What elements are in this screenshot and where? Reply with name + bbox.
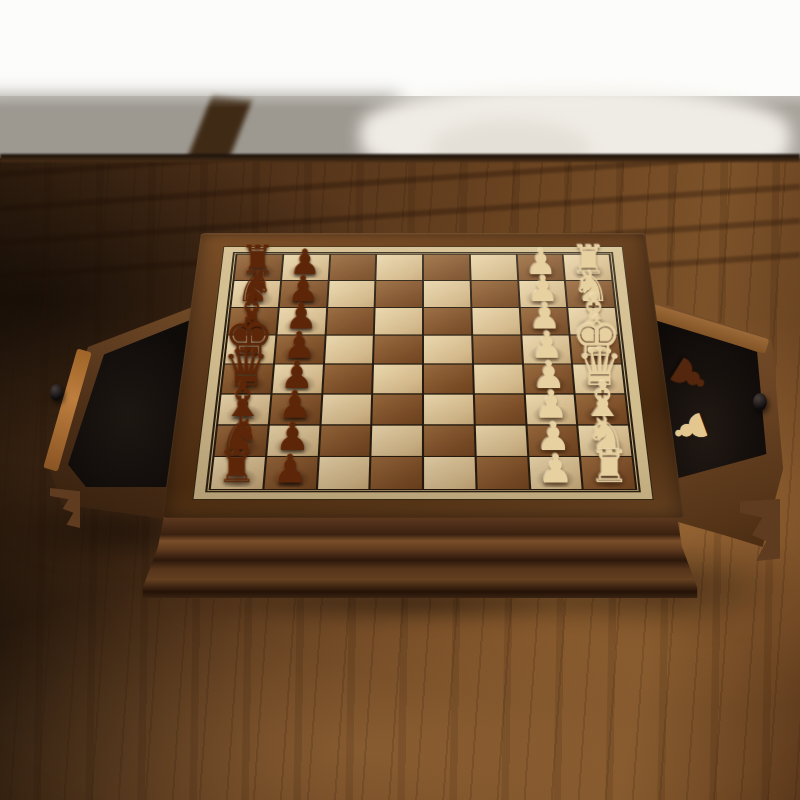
chess-box-moulded-base [140,510,700,598]
left-drawer-knob[interactable] [50,384,63,401]
left-drawer-scallop-foot [50,488,80,528]
right-drawer-knob[interactable] [753,393,767,411]
table-far-edge [0,154,800,162]
background-fade [0,60,800,108]
table-grain-waves [0,158,800,276]
left-drawer[interactable] [28,292,228,542]
